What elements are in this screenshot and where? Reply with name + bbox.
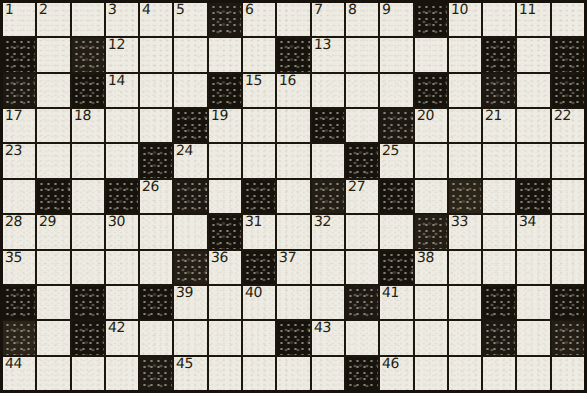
- cell-r10c16[interactable]: [517, 321, 549, 354]
- block-cell-r4c12: [380, 109, 412, 142]
- cell-r7c17[interactable]: [552, 215, 584, 248]
- cell-r6c13[interactable]: [415, 180, 447, 213]
- block-cell-r3c13: [415, 74, 447, 107]
- block-cell-r6c8: [243, 180, 275, 213]
- cell-r7c14[interactable]: 33: [449, 215, 481, 248]
- cell-r1c1[interactable]: 1: [3, 3, 35, 36]
- cell-r5c15[interactable]: [483, 144, 515, 177]
- clue-number-26: 26: [142, 178, 160, 194]
- block-cell-r9c15: [483, 286, 515, 319]
- cell-r11c17[interactable]: [552, 357, 584, 390]
- cell-r11c2[interactable]: [37, 357, 69, 390]
- clue-number-43: 43: [313, 319, 331, 335]
- block-cell-r11c11: [346, 357, 378, 390]
- clue-number-5: 5: [176, 1, 185, 17]
- block-cell-r9c1: [3, 286, 35, 319]
- cell-r6c17[interactable]: [552, 180, 584, 213]
- cell-r11c8[interactable]: [243, 357, 275, 390]
- clue-number-8: 8: [348, 1, 357, 17]
- clue-number-38: 38: [416, 249, 434, 265]
- block-cell-r10c9: [277, 321, 309, 354]
- clue-number-21: 21: [485, 107, 503, 123]
- cell-r6c5[interactable]: 26: [140, 180, 172, 213]
- block-cell-r9c17: [552, 286, 584, 319]
- clue-number-36: 36: [210, 249, 228, 265]
- cell-r10c4[interactable]: 42: [106, 321, 138, 354]
- cell-r11c14[interactable]: [449, 357, 481, 390]
- block-cell-r2c3: [72, 38, 104, 71]
- cell-r2c11[interactable]: [346, 38, 378, 71]
- cell-r5c14[interactable]: [449, 144, 481, 177]
- cell-r1c2[interactable]: 2: [37, 3, 69, 36]
- cell-r3c5[interactable]: [140, 74, 172, 107]
- cell-r11c7[interactable]: [209, 357, 241, 390]
- cell-r9c2[interactable]: [37, 286, 69, 319]
- cell-r5c10[interactable]: [312, 144, 344, 177]
- cell-r11c13[interactable]: [415, 357, 447, 390]
- cell-r5c6[interactable]: 24: [174, 144, 206, 177]
- cell-r6c1[interactable]: [3, 180, 35, 213]
- cell-r3c2[interactable]: [37, 74, 69, 107]
- block-cell-r2c17: [552, 38, 584, 71]
- cell-r6c7[interactable]: [209, 180, 241, 213]
- cell-r9c9[interactable]: [277, 286, 309, 319]
- cell-r4c5[interactable]: [140, 109, 172, 142]
- block-cell-r6c16: [517, 180, 549, 213]
- cell-r4c11[interactable]: [346, 109, 378, 142]
- cell-r4c1[interactable]: 17: [3, 109, 35, 142]
- cell-r4c9[interactable]: [277, 109, 309, 142]
- block-cell-r2c1: [3, 38, 35, 71]
- block-cell-r5c5: [140, 144, 172, 177]
- block-cell-r10c3: [72, 321, 104, 354]
- block-cell-r8c12: [380, 251, 412, 284]
- cell-r2c12[interactable]: [380, 38, 412, 71]
- block-cell-r6c4: [106, 180, 138, 213]
- crossword-board: 1234567891011121314151617181920212223242…: [0, 0, 587, 393]
- block-cell-r9c11: [346, 286, 378, 319]
- cell-r5c3[interactable]: [72, 144, 104, 177]
- cell-r6c15[interactable]: [483, 180, 515, 213]
- cell-r7c5[interactable]: [140, 215, 172, 248]
- clue-number-17: 17: [5, 107, 23, 123]
- clue-number-40: 40: [245, 284, 263, 300]
- clue-number-11: 11: [519, 1, 537, 17]
- clue-number-9: 9: [382, 1, 391, 17]
- cell-r9c4[interactable]: [106, 286, 138, 319]
- block-cell-r6c12: [380, 180, 412, 213]
- block-cell-r10c17: [552, 321, 584, 354]
- cell-r8c4[interactable]: [106, 251, 138, 284]
- cell-r10c10[interactable]: 43: [312, 321, 344, 354]
- cell-r8c11[interactable]: [346, 251, 378, 284]
- cell-r4c7[interactable]: 19: [209, 109, 241, 142]
- cell-r3c11[interactable]: [346, 74, 378, 107]
- cell-r5c13[interactable]: [415, 144, 447, 177]
- block-cell-r4c10: [312, 109, 344, 142]
- clue-number-35: 35: [5, 249, 23, 265]
- block-cell-r5c11: [346, 144, 378, 177]
- cell-r9c10[interactable]: [312, 286, 344, 319]
- clue-number-32: 32: [313, 213, 331, 229]
- clue-number-14: 14: [107, 72, 125, 88]
- clue-number-15: 15: [245, 72, 263, 88]
- cell-r9c8[interactable]: 40: [243, 286, 275, 319]
- cell-r3c12[interactable]: [380, 74, 412, 107]
- clue-number-23: 23: [5, 142, 23, 158]
- cell-r4c2[interactable]: [37, 109, 69, 142]
- cell-r10c13[interactable]: [415, 321, 447, 354]
- clue-number-19: 19: [210, 107, 228, 123]
- clue-number-30: 30: [107, 213, 125, 229]
- cell-r8c7[interactable]: 36: [209, 251, 241, 284]
- cell-r4c14[interactable]: [449, 109, 481, 142]
- clue-number-39: 39: [176, 284, 194, 300]
- block-cell-r3c15: [483, 74, 515, 107]
- clue-number-28: 28: [5, 213, 23, 229]
- block-cell-r4c6: [174, 109, 206, 142]
- cell-r9c14[interactable]: [449, 286, 481, 319]
- block-cell-r6c10: [312, 180, 344, 213]
- cell-r11c16[interactable]: [517, 357, 549, 390]
- cell-r4c16[interactable]: [517, 109, 549, 142]
- cell-r5c17[interactable]: [552, 144, 584, 177]
- cell-r8c14[interactable]: [449, 251, 481, 284]
- cell-r6c9[interactable]: [277, 180, 309, 213]
- clue-number-24: 24: [176, 142, 194, 158]
- cell-r4c13[interactable]: 20: [415, 109, 447, 142]
- cell-r7c11[interactable]: [346, 215, 378, 248]
- block-cell-r7c13: [415, 215, 447, 248]
- cell-r7c10[interactable]: 32: [312, 215, 344, 248]
- cell-r2c8[interactable]: [243, 38, 275, 71]
- clue-number-31: 31: [245, 213, 263, 229]
- block-cell-r6c14: [449, 180, 481, 213]
- cell-r5c16[interactable]: [517, 144, 549, 177]
- cell-r5c1[interactable]: 23: [3, 144, 35, 177]
- clue-number-44: 44: [5, 355, 23, 371]
- cell-r4c4[interactable]: [106, 109, 138, 142]
- block-cell-r3c1: [3, 74, 35, 107]
- cell-r7c1[interactable]: 28: [3, 215, 35, 248]
- clue-number-3: 3: [107, 1, 116, 17]
- cell-r11c1[interactable]: 44: [3, 357, 35, 390]
- cell-r2c6[interactable]: [174, 38, 206, 71]
- cell-r2c2[interactable]: [37, 38, 69, 71]
- cell-r5c7[interactable]: [209, 144, 241, 177]
- cell-r7c4[interactable]: 30: [106, 215, 138, 248]
- cell-r7c8[interactable]: 31: [243, 215, 275, 248]
- cell-r5c9[interactable]: [277, 144, 309, 177]
- clue-number-41: 41: [382, 284, 400, 300]
- cell-r7c12[interactable]: [380, 215, 412, 248]
- cell-r1c4[interactable]: 3: [106, 3, 138, 36]
- cell-r1c11[interactable]: 8: [346, 3, 378, 36]
- cell-r2c5[interactable]: [140, 38, 172, 71]
- cell-r1c16[interactable]: 11: [517, 3, 549, 36]
- cell-r6c11[interactable]: 27: [346, 180, 378, 213]
- cell-r4c3[interactable]: 18: [72, 109, 104, 142]
- block-cell-r10c1: [3, 321, 35, 354]
- cell-r1c8[interactable]: 6: [243, 3, 275, 36]
- cell-r10c12[interactable]: [380, 321, 412, 354]
- cell-r1c17[interactable]: [552, 3, 584, 36]
- cell-r3c16[interactable]: [517, 74, 549, 107]
- cell-r4c15[interactable]: 21: [483, 109, 515, 142]
- block-cell-r6c6: [174, 180, 206, 213]
- cell-r7c9[interactable]: [277, 215, 309, 248]
- cell-r1c14[interactable]: 10: [449, 3, 481, 36]
- cell-r10c2[interactable]: [37, 321, 69, 354]
- cell-r5c12[interactable]: 25: [380, 144, 412, 177]
- cell-r8c3[interactable]: [72, 251, 104, 284]
- clue-number-33: 33: [450, 213, 468, 229]
- cell-r7c3[interactable]: [72, 215, 104, 248]
- cell-r9c7[interactable]: [209, 286, 241, 319]
- block-cell-r11c5: [140, 357, 172, 390]
- clue-number-37: 37: [279, 249, 297, 265]
- clue-number-42: 42: [107, 319, 125, 335]
- cell-r1c3[interactable]: [72, 3, 104, 36]
- block-cell-r3c17: [552, 74, 584, 107]
- cell-r9c12[interactable]: 41: [380, 286, 412, 319]
- cell-r2c10[interactable]: 13: [312, 38, 344, 71]
- cell-r10c8[interactable]: [243, 321, 275, 354]
- cell-r8c5[interactable]: [140, 251, 172, 284]
- cell-r8c17[interactable]: [552, 251, 584, 284]
- clue-number-16: 16: [279, 72, 297, 88]
- clue-number-27: 27: [348, 178, 366, 194]
- cell-r1c9[interactable]: [277, 3, 309, 36]
- block-cell-r1c7: [209, 3, 241, 36]
- cell-r10c14[interactable]: [449, 321, 481, 354]
- cell-r11c3[interactable]: [72, 357, 104, 390]
- clue-number-45: 45: [176, 355, 194, 371]
- cell-r7c15[interactable]: [483, 215, 515, 248]
- clue-number-20: 20: [416, 107, 434, 123]
- cell-r8c15[interactable]: [483, 251, 515, 284]
- cell-r9c13[interactable]: [415, 286, 447, 319]
- cell-r10c5[interactable]: [140, 321, 172, 354]
- cell-r3c14[interactable]: [449, 74, 481, 107]
- clue-number-10: 10: [450, 1, 468, 17]
- cell-r2c16[interactable]: [517, 38, 549, 71]
- clue-number-18: 18: [73, 107, 91, 123]
- cell-r4c8[interactable]: [243, 109, 275, 142]
- block-cell-r1c13: [415, 3, 447, 36]
- cell-r5c4[interactable]: [106, 144, 138, 177]
- clue-number-4: 4: [142, 1, 151, 17]
- cell-r10c11[interactable]: [346, 321, 378, 354]
- cell-r3c10[interactable]: [312, 74, 344, 107]
- cell-r5c8[interactable]: [243, 144, 275, 177]
- clue-number-22: 22: [553, 107, 571, 123]
- block-cell-r8c6: [174, 251, 206, 284]
- cell-r8c1[interactable]: 35: [3, 251, 35, 284]
- clue-number-34: 34: [519, 213, 537, 229]
- clue-number-1: 1: [5, 1, 14, 17]
- block-cell-r7c7: [209, 215, 241, 248]
- cell-r10c7[interactable]: [209, 321, 241, 354]
- block-cell-r10c15: [483, 321, 515, 354]
- cell-r3c6[interactable]: [174, 74, 206, 107]
- cell-r11c4[interactable]: [106, 357, 138, 390]
- cell-r4c17[interactable]: 22: [552, 109, 584, 142]
- cell-r1c12[interactable]: 9: [380, 3, 412, 36]
- block-cell-r3c3: [72, 74, 104, 107]
- cell-r8c13[interactable]: 38: [415, 251, 447, 284]
- clue-number-13: 13: [313, 36, 331, 52]
- cell-r11c15[interactable]: [483, 357, 515, 390]
- cell-r10c6[interactable]: [174, 321, 206, 354]
- block-cell-r8c8: [243, 251, 275, 284]
- cell-r7c6[interactable]: [174, 215, 206, 248]
- cell-r11c6[interactable]: 45: [174, 357, 206, 390]
- cell-r1c5[interactable]: 4: [140, 3, 172, 36]
- block-cell-r2c15: [483, 38, 515, 71]
- cell-r11c12[interactable]: 46: [380, 357, 412, 390]
- cell-r2c4[interactable]: 12: [106, 38, 138, 71]
- block-cell-r6c2: [37, 180, 69, 213]
- block-cell-r9c3: [72, 286, 104, 319]
- cell-r1c10[interactable]: 7: [312, 3, 344, 36]
- clue-number-12: 12: [107, 36, 125, 52]
- cell-r8c16[interactable]: [517, 251, 549, 284]
- cell-r9c16[interactable]: [517, 286, 549, 319]
- cell-r2c7[interactable]: [209, 38, 241, 71]
- clue-number-29: 29: [39, 213, 57, 229]
- cell-r6c3[interactable]: [72, 180, 104, 213]
- cell-r3c4[interactable]: 14: [106, 74, 138, 107]
- cell-r8c9[interactable]: 37: [277, 251, 309, 284]
- block-cell-r9c5: [140, 286, 172, 319]
- cell-r11c9[interactable]: [277, 357, 309, 390]
- cell-r2c13[interactable]: [415, 38, 447, 71]
- cell-r8c2[interactable]: [37, 251, 69, 284]
- clue-number-25: 25: [382, 142, 400, 158]
- clue-number-6: 6: [245, 1, 254, 17]
- cell-r2c14[interactable]: [449, 38, 481, 71]
- cell-r9c6[interactable]: 39: [174, 286, 206, 319]
- cell-r7c2[interactable]: 29: [37, 215, 69, 248]
- clue-number-2: 2: [39, 1, 48, 17]
- cell-r5c2[interactable]: [37, 144, 69, 177]
- cell-r3c9[interactable]: 16: [277, 74, 309, 107]
- cell-r11c10[interactable]: [312, 357, 344, 390]
- cell-r1c6[interactable]: 5: [174, 3, 206, 36]
- cell-r7c16[interactable]: 34: [517, 215, 549, 248]
- clue-number-7: 7: [313, 1, 322, 17]
- block-cell-r3c7: [209, 74, 241, 107]
- cell-r8c10[interactable]: [312, 251, 344, 284]
- block-cell-r2c9: [277, 38, 309, 71]
- cell-r1c15[interactable]: [483, 3, 515, 36]
- cell-r3c8[interactable]: 15: [243, 74, 275, 107]
- clue-number-46: 46: [382, 355, 400, 371]
